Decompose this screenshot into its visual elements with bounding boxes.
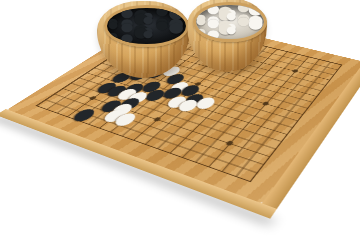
- bowl-stone-black: ●: [108, 6, 118, 16]
- black-stone[interactable]: ●: [69, 104, 103, 123]
- bowl-stone-black: ●: [143, 29, 153, 39]
- white-bowl-opening: ●●●●●●●●●●●●●●●●●●●●●●: [193, 2, 266, 43]
- bowl-stone-black: ●: [168, 20, 184, 34]
- bowl-stone-white: ●: [226, 25, 236, 35]
- bowl-stone-black: ●: [120, 32, 133, 44]
- bowl-stone-black: ●: [108, 20, 118, 30]
- bowl-stone-white: ●: [196, 3, 206, 13]
- star-point: [88, 96, 97, 101]
- bowl-stone-black: ●: [108, 31, 118, 41]
- bowl-stone-white: ●: [196, 27, 206, 37]
- bowl-stone-white: ●: [196, 17, 206, 27]
- star-point: [292, 69, 299, 73]
- go-set-photo: ●●●●●●●●●●●●●●●●●●●●●●●●●● ●●●●●●●●●●●●●…: [0, 0, 360, 240]
- star-point: [225, 140, 234, 146]
- star-point: [262, 101, 270, 106]
- star-point: [153, 117, 162, 122]
- bowl-stone-black: ●: [156, 19, 169, 31]
- black-bowl-opening: ●●●●●●●●●●●●●●●●●●●●●●: [104, 5, 188, 47]
- bowl-stone-white: ●: [248, 16, 264, 30]
